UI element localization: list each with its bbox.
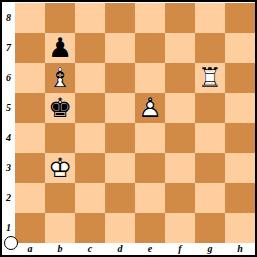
square-a2[interactable] <box>15 183 45 213</box>
rank-label-2: 2 <box>2 183 15 213</box>
square-e4[interactable] <box>135 123 165 153</box>
square-g1[interactable] <box>195 213 225 243</box>
square-g7[interactable] <box>195 33 225 63</box>
square-a6[interactable] <box>15 63 45 93</box>
square-h2[interactable] <box>225 183 255 213</box>
piece-outline-layer: ♙ <box>135 93 165 123</box>
square-h8[interactable] <box>225 3 255 33</box>
piece-glyph: ♟ <box>45 33 75 63</box>
square-g8[interactable] <box>195 3 225 33</box>
square-h6[interactable] <box>225 63 255 93</box>
square-d1[interactable] <box>105 213 135 243</box>
square-f2[interactable] <box>165 183 195 213</box>
file-label-d: d <box>105 243 135 255</box>
square-e5[interactable]: ♟♙ <box>135 93 165 123</box>
square-f3[interactable] <box>165 153 195 183</box>
square-a3[interactable] <box>15 153 45 183</box>
square-h4[interactable] <box>225 123 255 153</box>
chess-board: ♟♝♗♜♖♚♟♙♚♔ <box>15 3 255 243</box>
square-d5[interactable] <box>105 93 135 123</box>
square-c5[interactable] <box>75 93 105 123</box>
square-c3[interactable] <box>75 153 105 183</box>
square-g6[interactable]: ♜♖ <box>195 63 225 93</box>
piece-black-king[interactable]: ♚ <box>45 93 75 123</box>
piece-white-rook[interactable]: ♜♖ <box>195 63 225 93</box>
square-h7[interactable] <box>225 33 255 63</box>
piece-outline-layer: ♖ <box>195 63 225 93</box>
chess-diagram: ♟♝♗♜♖♚♟♙♚♔ 87654321 abcdefgh <box>0 0 257 257</box>
side-to-move-indicator <box>4 236 18 250</box>
piece-outline-layer: ♔ <box>45 153 75 183</box>
square-f8[interactable] <box>165 3 195 33</box>
piece-white-king[interactable]: ♚♔ <box>45 153 75 183</box>
file-label-c: c <box>75 243 105 255</box>
file-label-g: g <box>195 243 225 255</box>
square-e6[interactable] <box>135 63 165 93</box>
square-b1[interactable] <box>45 213 75 243</box>
square-b2[interactable] <box>45 183 75 213</box>
file-label-a: a <box>15 243 45 255</box>
piece-white-bishop[interactable]: ♝♗ <box>45 63 75 93</box>
file-label-b: b <box>45 243 75 255</box>
square-g2[interactable] <box>195 183 225 213</box>
square-d6[interactable] <box>105 63 135 93</box>
square-a5[interactable] <box>15 93 45 123</box>
square-f7[interactable] <box>165 33 195 63</box>
square-a1[interactable] <box>15 213 45 243</box>
file-label-e: e <box>135 243 165 255</box>
square-c8[interactable] <box>75 3 105 33</box>
square-f1[interactable] <box>165 213 195 243</box>
square-a4[interactable] <box>15 123 45 153</box>
square-g3[interactable] <box>195 153 225 183</box>
square-d4[interactable] <box>105 123 135 153</box>
square-c6[interactable] <box>75 63 105 93</box>
square-e3[interactable] <box>135 153 165 183</box>
square-b5[interactable]: ♚ <box>45 93 75 123</box>
rank-label-7: 7 <box>2 33 15 63</box>
square-h1[interactable] <box>225 213 255 243</box>
rank-label-4: 4 <box>2 123 15 153</box>
square-d8[interactable] <box>105 3 135 33</box>
file-label-h: h <box>225 243 255 255</box>
square-f5[interactable] <box>165 93 195 123</box>
piece-outline-layer: ♗ <box>45 63 75 93</box>
square-c1[interactable] <box>75 213 105 243</box>
square-b3[interactable]: ♚♔ <box>45 153 75 183</box>
square-d2[interactable] <box>105 183 135 213</box>
square-f6[interactable] <box>165 63 195 93</box>
square-a7[interactable] <box>15 33 45 63</box>
square-b6[interactable]: ♝♗ <box>45 63 75 93</box>
square-c4[interactable] <box>75 123 105 153</box>
square-f4[interactable] <box>165 123 195 153</box>
square-g5[interactable] <box>195 93 225 123</box>
square-b7[interactable]: ♟ <box>45 33 75 63</box>
square-e2[interactable] <box>135 183 165 213</box>
piece-glyph: ♚ <box>45 93 75 123</box>
piece-black-pawn[interactable]: ♟ <box>45 33 75 63</box>
square-d7[interactable] <box>105 33 135 63</box>
rank-label-8: 8 <box>2 3 15 33</box>
square-b8[interactable] <box>45 3 75 33</box>
rank-label-5: 5 <box>2 93 15 123</box>
rank-label-6: 6 <box>2 63 15 93</box>
piece-white-pawn[interactable]: ♟♙ <box>135 93 165 123</box>
square-h5[interactable] <box>225 93 255 123</box>
square-e1[interactable] <box>135 213 165 243</box>
square-h3[interactable] <box>225 153 255 183</box>
square-e8[interactable] <box>135 3 165 33</box>
rank-label-3: 3 <box>2 153 15 183</box>
square-c2[interactable] <box>75 183 105 213</box>
square-c7[interactable] <box>75 33 105 63</box>
square-d3[interactable] <box>105 153 135 183</box>
square-g4[interactable] <box>195 123 225 153</box>
square-b4[interactable] <box>45 123 75 153</box>
square-e7[interactable] <box>135 33 165 63</box>
square-a8[interactable] <box>15 3 45 33</box>
file-label-f: f <box>165 243 195 255</box>
